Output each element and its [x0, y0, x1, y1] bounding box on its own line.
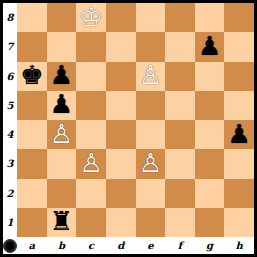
square-f7[interactable]	[165, 32, 195, 61]
square-a2[interactable]	[17, 179, 47, 208]
square-h1[interactable]	[224, 208, 254, 237]
square-e3[interactable]: ♙	[136, 149, 166, 178]
file-labels: abcdefgh	[17, 237, 254, 254]
black-pawn: ♟	[50, 91, 73, 117]
square-e6[interactable]: ♙	[136, 62, 166, 91]
square-g6[interactable]	[195, 62, 225, 91]
square-e2[interactable]	[136, 179, 166, 208]
square-c5[interactable]	[76, 91, 106, 120]
square-h7[interactable]	[224, 32, 254, 61]
square-d5[interactable]	[106, 91, 136, 120]
square-c1[interactable]	[76, 208, 106, 237]
square-d4[interactable]	[106, 120, 136, 149]
square-b8[interactable]	[47, 3, 77, 32]
file-label-h: h	[224, 237, 254, 254]
square-e7[interactable]	[136, 32, 166, 61]
file-label-e: e	[136, 237, 166, 254]
white-pawn: ♙	[139, 150, 162, 176]
square-d3[interactable]	[106, 149, 136, 178]
square-a6[interactable]: ♚	[17, 62, 47, 91]
square-c4[interactable]	[76, 120, 106, 149]
side-to-move-corner	[3, 237, 17, 254]
square-h5[interactable]	[224, 91, 254, 120]
black-to-move-icon	[3, 239, 17, 253]
square-c2[interactable]	[76, 179, 106, 208]
square-c7[interactable]	[76, 32, 106, 61]
square-a3[interactable]	[17, 149, 47, 178]
square-b5[interactable]: ♟	[47, 91, 77, 120]
square-g4[interactable]	[195, 120, 225, 149]
chess-board[interactable]: ♔♟♚♟♙♟♙♟♙♙♜	[17, 3, 254, 237]
white-pawn: ♙	[50, 121, 73, 147]
square-f2[interactable]	[165, 179, 195, 208]
square-b3[interactable]	[47, 149, 77, 178]
square-a1[interactable]	[17, 208, 47, 237]
file-label-g: g	[195, 237, 225, 254]
square-b4[interactable]: ♙	[47, 120, 77, 149]
square-a5[interactable]	[17, 91, 47, 120]
rank-labels: 87654321	[3, 3, 17, 237]
square-e4[interactable]	[136, 120, 166, 149]
rank-label-3: 3	[3, 149, 17, 178]
square-b1[interactable]: ♜	[47, 208, 77, 237]
rank-label-6: 6	[3, 62, 17, 91]
black-rook: ♜	[50, 208, 73, 234]
square-e8[interactable]	[136, 3, 166, 32]
square-h3[interactable]	[224, 149, 254, 178]
square-d2[interactable]	[106, 179, 136, 208]
chess-diagram: 87654321 ♔♟♚♟♙♟♙♟♙♙♜ abcdefgh	[0, 0, 257, 257]
file-label-a: a	[17, 237, 47, 254]
white-king: ♔	[79, 4, 102, 30]
square-e5[interactable]	[136, 91, 166, 120]
square-b7[interactable]	[47, 32, 77, 61]
file-label-d: d	[106, 237, 136, 254]
square-d6[interactable]	[106, 62, 136, 91]
square-b6[interactable]: ♟	[47, 62, 77, 91]
square-a7[interactable]	[17, 32, 47, 61]
square-h6[interactable]	[224, 62, 254, 91]
square-g1[interactable]	[195, 208, 225, 237]
rank-label-1: 1	[3, 208, 17, 237]
square-h8[interactable]	[224, 3, 254, 32]
square-b2[interactable]	[47, 179, 77, 208]
black-pawn: ♟	[228, 121, 251, 147]
square-f8[interactable]	[165, 3, 195, 32]
square-f1[interactable]	[165, 208, 195, 237]
square-g7[interactable]: ♟	[195, 32, 225, 61]
square-c3[interactable]: ♙	[76, 149, 106, 178]
square-g5[interactable]	[195, 91, 225, 120]
square-g2[interactable]	[195, 179, 225, 208]
black-king: ♚	[20, 62, 43, 88]
file-label-f: f	[165, 237, 195, 254]
file-label-c: c	[76, 237, 106, 254]
rank-label-2: 2	[3, 179, 17, 208]
white-pawn: ♙	[139, 62, 162, 88]
square-h2[interactable]	[224, 179, 254, 208]
square-f6[interactable]	[165, 62, 195, 91]
square-d8[interactable]	[106, 3, 136, 32]
rank-label-7: 7	[3, 32, 17, 61]
square-c8[interactable]: ♔	[76, 3, 106, 32]
square-g3[interactable]	[195, 149, 225, 178]
square-f4[interactable]	[165, 120, 195, 149]
rank-label-8: 8	[3, 3, 17, 32]
square-a4[interactable]	[17, 120, 47, 149]
square-g8[interactable]	[195, 3, 225, 32]
square-a8[interactable]	[17, 3, 47, 32]
rank-label-5: 5	[3, 91, 17, 120]
square-f5[interactable]	[165, 91, 195, 120]
square-f3[interactable]	[165, 149, 195, 178]
black-pawn: ♟	[198, 33, 221, 59]
black-pawn: ♟	[50, 62, 73, 88]
square-h4[interactable]: ♟	[224, 120, 254, 149]
square-d7[interactable]	[106, 32, 136, 61]
square-c6[interactable]	[76, 62, 106, 91]
file-label-b: b	[47, 237, 77, 254]
square-e1[interactable]	[136, 208, 166, 237]
square-d1[interactable]	[106, 208, 136, 237]
white-pawn: ♙	[79, 150, 102, 176]
rank-label-4: 4	[3, 120, 17, 149]
